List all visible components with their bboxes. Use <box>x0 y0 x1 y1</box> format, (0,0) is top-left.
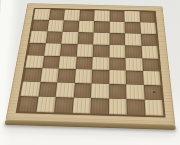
board-square <box>140 34 157 46</box>
board-square <box>75 56 92 70</box>
board-square <box>25 55 43 68</box>
board-square <box>60 43 77 56</box>
board-square <box>142 58 160 72</box>
board-square <box>109 22 125 34</box>
board-square <box>109 57 126 71</box>
board-square <box>109 99 127 115</box>
board-square <box>125 33 141 45</box>
board-square <box>125 22 141 34</box>
board-square <box>124 11 140 22</box>
board-square <box>126 71 144 85</box>
board-square <box>94 21 110 33</box>
board-square <box>92 70 109 84</box>
board-square <box>59 56 77 70</box>
board-square <box>74 69 92 83</box>
board-square <box>144 100 163 116</box>
board-grid <box>16 8 166 118</box>
board-square <box>125 45 142 58</box>
board-square <box>45 31 62 43</box>
board-square <box>143 71 161 85</box>
wood-knot <box>153 91 156 93</box>
board-square <box>109 33 125 45</box>
board-square <box>18 96 38 112</box>
board-square <box>90 98 108 114</box>
board-square <box>42 55 60 69</box>
board-square <box>94 10 109 21</box>
board-square <box>76 44 93 57</box>
board-square <box>125 58 142 72</box>
board-square <box>73 83 91 98</box>
board-square <box>40 69 59 83</box>
board-square <box>140 22 156 34</box>
board-square <box>63 20 79 32</box>
board-square <box>126 85 144 100</box>
chessboard <box>5 3 175 125</box>
board-square <box>38 82 57 97</box>
board-square <box>27 43 45 56</box>
board-square <box>20 82 40 97</box>
board-square <box>143 85 162 100</box>
board-square <box>78 21 94 33</box>
board-square <box>57 69 75 83</box>
board-square <box>93 32 109 44</box>
board-square <box>30 31 47 43</box>
board-square <box>72 98 91 114</box>
board-square <box>64 10 80 21</box>
board-square <box>109 45 125 58</box>
board-square <box>109 70 126 84</box>
board-square <box>77 32 93 44</box>
board-square <box>141 46 158 59</box>
board-square <box>44 43 62 56</box>
board-square <box>32 20 49 32</box>
board-square <box>47 20 64 32</box>
board-square <box>33 9 50 20</box>
board-square <box>109 11 124 22</box>
board-square <box>23 68 42 82</box>
board-square <box>36 97 56 113</box>
board-square <box>139 11 155 22</box>
board-square <box>91 84 109 99</box>
board-square <box>109 84 127 99</box>
photo-scene <box>0 0 180 145</box>
board-square <box>79 10 95 21</box>
board-square <box>56 83 75 98</box>
board-square <box>92 57 109 71</box>
board-square <box>54 97 73 113</box>
board-square <box>61 32 78 44</box>
board-square <box>126 99 145 115</box>
board-square <box>49 9 65 20</box>
board-square <box>93 44 109 57</box>
